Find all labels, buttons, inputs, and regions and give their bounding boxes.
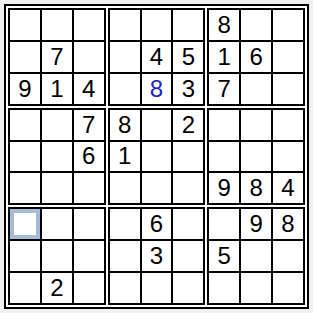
given-digit: 8 <box>218 13 231 37</box>
sudoku-cell-r4c4[interactable]: 8 <box>110 110 140 140</box>
sudoku-cell-r4c2[interactable] <box>42 110 72 140</box>
sudoku-cell-r9c6[interactable] <box>173 273 203 303</box>
sudoku-cell-r7c5[interactable]: 6 <box>142 209 172 239</box>
sudoku-cell-r4c6[interactable]: 2 <box>173 110 203 140</box>
sudoku-cell-r3c2[interactable]: 1 <box>42 74 72 104</box>
sudoku-cell-r3c3[interactable]: 4 <box>74 74 104 104</box>
sudoku-cell-r6c8[interactable]: 8 <box>241 173 271 203</box>
sudoku-cell-r6c2[interactable] <box>42 173 72 203</box>
sudoku-cell-r2c5[interactable]: 4 <box>142 42 172 72</box>
sudoku-cell-r6c1[interactable] <box>10 173 40 203</box>
sudoku-cell-r2c7[interactable]: 1 <box>209 42 239 72</box>
sudoku-cell-r5c3[interactable]: 6 <box>74 142 104 172</box>
sudoku-cell-r3c9[interactable] <box>273 74 303 104</box>
sudoku-cell-r8c4[interactable] <box>110 241 140 271</box>
given-digit: 7 <box>50 45 63 69</box>
sudoku-cell-r6c3[interactable] <box>74 173 104 203</box>
sudoku-cell-r5c6[interactable] <box>173 142 203 172</box>
sudoku-cell-r8c7[interactable]: 5 <box>209 241 239 271</box>
sudoku-cell-r8c2[interactable] <box>42 241 72 271</box>
given-digit: 6 <box>249 45 262 69</box>
sudoku-cell-r5c5[interactable] <box>142 142 172 172</box>
sudoku-cell-r2c1[interactable] <box>10 42 40 72</box>
given-digit: 4 <box>82 77 95 101</box>
sudoku-cell-r6c6[interactable] <box>173 173 203 203</box>
sudoku-box-r1c1: 7914 <box>8 8 106 106</box>
sudoku-cell-r4c1[interactable] <box>10 110 40 140</box>
sudoku-cell-r7c1[interactable] <box>10 209 40 239</box>
sudoku-box-r3c2: 63 <box>108 207 206 305</box>
sudoku-cell-r4c7[interactable] <box>209 110 239 140</box>
sudoku-cell-r9c7[interactable] <box>209 273 239 303</box>
sudoku-cell-r3c1[interactable]: 9 <box>10 74 40 104</box>
sudoku-board: 79144583816776821984263985 <box>8 8 305 305</box>
sudoku-cell-r2c9[interactable] <box>273 42 303 72</box>
sudoku-cell-r3c4[interactable] <box>110 74 140 104</box>
sudoku-cell-r5c2[interactable] <box>42 142 72 172</box>
given-digit: 6 <box>150 212 163 236</box>
user-digit: 8 <box>150 77 163 101</box>
sudoku-cell-r7c4[interactable] <box>110 209 140 239</box>
sudoku-cell-r3c8[interactable] <box>241 74 271 104</box>
sudoku-cell-r8c1[interactable] <box>10 241 40 271</box>
given-digit: 1 <box>218 45 231 69</box>
sudoku-cell-r6c4[interactable] <box>110 173 140 203</box>
sudoku-cell-r2c4[interactable] <box>110 42 140 72</box>
sudoku-cell-r7c8[interactable]: 9 <box>241 209 271 239</box>
given-digit: 9 <box>249 212 262 236</box>
given-digit: 6 <box>82 144 95 168</box>
sudoku-cell-r6c7[interactable]: 9 <box>209 173 239 203</box>
given-digit: 8 <box>281 212 294 236</box>
sudoku-cell-r3c6[interactable]: 3 <box>173 74 203 104</box>
given-digit: 8 <box>118 113 131 137</box>
given-digit: 1 <box>118 144 131 168</box>
sudoku-box-r3c1: 2 <box>8 207 106 305</box>
sudoku-cell-r9c3[interactable] <box>74 273 104 303</box>
sudoku-cell-r8c6[interactable] <box>173 241 203 271</box>
sudoku-cell-r1c2[interactable] <box>42 10 72 40</box>
given-digit: 9 <box>18 77 31 101</box>
sudoku-cell-r2c6[interactable]: 5 <box>173 42 203 72</box>
sudoku-cell-r1c5[interactable] <box>142 10 172 40</box>
sudoku-cell-r1c9[interactable] <box>273 10 303 40</box>
sudoku-cell-r1c1[interactable] <box>10 10 40 40</box>
sudoku-box-r1c2: 4583 <box>108 8 206 106</box>
sudoku-cell-r4c8[interactable] <box>241 110 271 140</box>
sudoku-cell-r5c1[interactable] <box>10 142 40 172</box>
sudoku-cell-r8c3[interactable] <box>74 241 104 271</box>
sudoku-cell-r5c4[interactable]: 1 <box>110 142 140 172</box>
sudoku-cell-r2c8[interactable]: 6 <box>241 42 271 72</box>
given-digit: 5 <box>182 45 195 69</box>
sudoku-cell-r1c8[interactable] <box>241 10 271 40</box>
sudoku-cell-r7c6[interactable] <box>173 209 203 239</box>
sudoku-cell-r7c3[interactable] <box>74 209 104 239</box>
given-digit: 3 <box>182 77 195 101</box>
sudoku-page: 79144583816776821984263985 <box>0 0 313 313</box>
given-digit: 2 <box>182 113 195 137</box>
given-digit: 9 <box>218 176 231 200</box>
sudoku-cell-r1c4[interactable] <box>110 10 140 40</box>
sudoku-cell-r4c5[interactable] <box>142 110 172 140</box>
sudoku-cell-r5c8[interactable] <box>241 142 271 172</box>
sudoku-cell-r9c9[interactable] <box>273 273 303 303</box>
given-digit: 1 <box>50 77 63 101</box>
sudoku-cell-r2c3[interactable] <box>74 42 104 72</box>
sudoku-cell-r9c1[interactable] <box>10 273 40 303</box>
sudoku-box-r2c2: 821 <box>108 108 206 206</box>
given-digit: 3 <box>150 244 163 268</box>
sudoku-cell-r1c3[interactable] <box>74 10 104 40</box>
sudoku-cell-r4c9[interactable] <box>273 110 303 140</box>
sudoku-cell-r6c9[interactable]: 4 <box>273 173 303 203</box>
sudoku-cell-r8c8[interactable] <box>241 241 271 271</box>
sudoku-cell-r3c5[interactable]: 8 <box>142 74 172 104</box>
sudoku-box-r1c3: 8167 <box>207 8 305 106</box>
given-digit: 7 <box>82 113 95 137</box>
given-digit: 4 <box>281 176 294 200</box>
sudoku-cell-r5c9[interactable] <box>273 142 303 172</box>
given-digit: 5 <box>218 244 231 268</box>
sudoku-cell-r9c8[interactable] <box>241 273 271 303</box>
sudoku-cell-r7c7[interactable] <box>209 209 239 239</box>
sudoku-cell-r5c7[interactable] <box>209 142 239 172</box>
sudoku-cell-r4c3[interactable]: 7 <box>74 110 104 140</box>
given-digit: 2 <box>50 276 63 300</box>
given-digit: 8 <box>249 176 262 200</box>
given-digit: 4 <box>150 45 163 69</box>
sudoku-box-r3c3: 985 <box>207 207 305 305</box>
sudoku-cell-r7c2[interactable] <box>42 209 72 239</box>
sudoku-cell-r8c9[interactable] <box>273 241 303 271</box>
sudoku-cell-r9c2[interactable]: 2 <box>42 273 72 303</box>
sudoku-cell-r7c9[interactable]: 8 <box>273 209 303 239</box>
sudoku-cell-r9c4[interactable] <box>110 273 140 303</box>
sudoku-cell-r3c7[interactable]: 7 <box>209 74 239 104</box>
sudoku-cell-r1c7[interactable]: 8 <box>209 10 239 40</box>
sudoku-cell-r9c5[interactable] <box>142 273 172 303</box>
sudoku-cell-r1c6[interactable] <box>173 10 203 40</box>
sudoku-cell-r2c2[interactable]: 7 <box>42 42 72 72</box>
given-digit: 7 <box>218 77 231 101</box>
sudoku-outer-frame: 79144583816776821984263985 <box>4 4 309 309</box>
sudoku-box-r2c1: 76 <box>8 108 106 206</box>
sudoku-cell-r6c5[interactable] <box>142 173 172 203</box>
sudoku-cell-r8c5[interactable]: 3 <box>142 241 172 271</box>
sudoku-box-r2c3: 984 <box>207 108 305 206</box>
